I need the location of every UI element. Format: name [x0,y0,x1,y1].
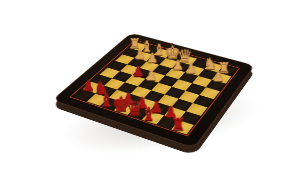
chess-set-product-photo: ♜♝♝♚♛♞♜♟♟♟♟♟♟♟♟♞♟♟♟♟♝♚♛♝♜ [0,0,300,169]
king-red-finial [170,41,173,44]
chessboard-3d: ♜♝♝♚♛♞♜♟♟♟♟♟♟♟♟♞♟♟♟♟♝♚♛♝♜ [52,33,255,149]
ebony-board-frame: ♜♝♝♚♛♞♜♟♟♟♟♟♟♟♟♞♟♟♟♟♝♚♛♝♜ [52,33,255,149]
perspective-scene: ♜♝♝♚♛♞♜♟♟♟♟♟♟♟♟♞♟♟♟♟♝♚♛♝♜ [0,0,300,169]
